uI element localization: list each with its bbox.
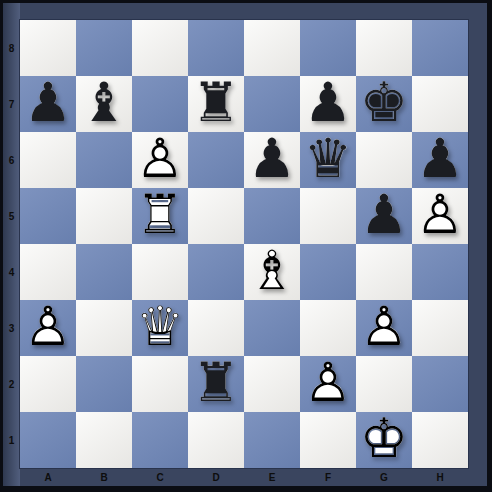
square-c8[interactable] <box>132 20 188 76</box>
black-rook: ♖♜ <box>188 356 244 412</box>
square-e1[interactable] <box>244 412 300 468</box>
square-h5[interactable]: ♟♙ <box>412 188 468 244</box>
square-b8[interactable] <box>76 20 132 76</box>
piece-glyph-top: ♟ <box>412 132 468 188</box>
square-e5[interactable] <box>244 188 300 244</box>
square-a4[interactable] <box>20 244 76 300</box>
rank-labels: 87654321 <box>3 20 20 468</box>
square-e4[interactable]: ♝♗ <box>244 244 300 300</box>
square-b1[interactable] <box>76 412 132 468</box>
square-b7[interactable]: ♗♝ <box>76 76 132 132</box>
square-f3[interactable] <box>300 300 356 356</box>
piece-glyph-top: ♜ <box>188 76 244 132</box>
square-h7[interactable] <box>412 76 468 132</box>
piece-glyph-top: ♝ <box>76 76 132 132</box>
piece-glyph-top: ♟ <box>244 132 300 188</box>
square-h3[interactable] <box>412 300 468 356</box>
square-d2[interactable]: ♖♜ <box>188 356 244 412</box>
piece-glyph-top: ♔ <box>356 412 412 468</box>
square-f1[interactable] <box>300 412 356 468</box>
chessboard-frame: 87654321 ♙♟♗♝♖♜♙♟♔♚♟♙♙♟♕♛♙♟♜♖♙♟♟♙♝♗♟♙♛♕♟… <box>0 0 492 492</box>
white-king: ♚♔ <box>356 412 412 468</box>
white-bishop: ♝♗ <box>244 244 300 300</box>
square-e6[interactable]: ♙♟ <box>244 132 300 188</box>
piece-glyph-top: ♚ <box>356 76 412 132</box>
board-border: 87654321 ♙♟♗♝♖♜♙♟♔♚♟♙♙♟♕♛♙♟♜♖♙♟♟♙♝♗♟♙♛♕♟… <box>3 3 487 486</box>
square-f2[interactable]: ♟♙ <box>300 356 356 412</box>
white-pawn: ♟♙ <box>412 188 468 244</box>
black-rook: ♖♜ <box>188 76 244 132</box>
square-d8[interactable] <box>188 20 244 76</box>
square-d6[interactable] <box>188 132 244 188</box>
square-h1[interactable] <box>412 412 468 468</box>
file-labels: ABCDEFGH <box>20 468 468 486</box>
black-bishop: ♗♝ <box>76 76 132 132</box>
square-c7[interactable] <box>132 76 188 132</box>
rank-label-5: 5 <box>3 188 20 244</box>
square-d1[interactable] <box>188 412 244 468</box>
piece-glyph-top: ♙ <box>356 300 412 356</box>
square-h4[interactable] <box>412 244 468 300</box>
file-label-e: E <box>244 468 300 486</box>
black-pawn: ♙♟ <box>412 132 468 188</box>
square-f7[interactable]: ♙♟ <box>300 76 356 132</box>
piece-glyph-top: ♟ <box>356 188 412 244</box>
square-b6[interactable] <box>76 132 132 188</box>
square-b4[interactable] <box>76 244 132 300</box>
square-a7[interactable]: ♙♟ <box>20 76 76 132</box>
chess-board: ♙♟♗♝♖♜♙♟♔♚♟♙♙♟♕♛♙♟♜♖♙♟♟♙♝♗♟♙♛♕♟♙♖♜♟♙♚♔ <box>20 20 468 468</box>
piece-glyph-top: ♜ <box>188 356 244 412</box>
piece-glyph-top: ♛ <box>300 132 356 188</box>
square-g7[interactable]: ♔♚ <box>356 76 412 132</box>
white-pawn: ♟♙ <box>132 132 188 188</box>
square-b3[interactable] <box>76 300 132 356</box>
piece-glyph-top: ♙ <box>20 300 76 356</box>
square-d7[interactable]: ♖♜ <box>188 76 244 132</box>
square-g5[interactable]: ♙♟ <box>356 188 412 244</box>
rank-label-2: 2 <box>3 356 20 412</box>
square-d5[interactable] <box>188 188 244 244</box>
square-c5[interactable]: ♜♖ <box>132 188 188 244</box>
piece-glyph-top: ♗ <box>244 244 300 300</box>
square-f4[interactable] <box>300 244 356 300</box>
rank-label-8: 8 <box>3 20 20 76</box>
file-label-f: F <box>300 468 356 486</box>
white-queen: ♛♕ <box>132 300 188 356</box>
square-b5[interactable] <box>76 188 132 244</box>
black-king: ♔♚ <box>356 76 412 132</box>
square-f8[interactable] <box>300 20 356 76</box>
file-label-h: H <box>412 468 468 486</box>
square-g3[interactable]: ♟♙ <box>356 300 412 356</box>
rank-label-3: 3 <box>3 300 20 356</box>
white-pawn: ♟♙ <box>300 356 356 412</box>
square-f6[interactable]: ♕♛ <box>300 132 356 188</box>
piece-glyph-top: ♙ <box>300 356 356 412</box>
rank-label-4: 4 <box>3 244 20 300</box>
rank-label-1: 1 <box>3 412 20 468</box>
piece-glyph-top: ♖ <box>132 188 188 244</box>
rank-label-7: 7 <box>3 76 20 132</box>
black-pawn: ♙♟ <box>356 188 412 244</box>
square-e2[interactable] <box>244 356 300 412</box>
square-h8[interactable] <box>412 20 468 76</box>
black-pawn: ♙♟ <box>244 132 300 188</box>
square-a3[interactable]: ♟♙ <box>20 300 76 356</box>
square-e7[interactable] <box>244 76 300 132</box>
square-c1[interactable] <box>132 412 188 468</box>
square-b2[interactable] <box>76 356 132 412</box>
square-g6[interactable] <box>356 132 412 188</box>
black-queen: ♕♛ <box>300 132 356 188</box>
piece-glyph-top: ♙ <box>412 188 468 244</box>
square-d3[interactable] <box>188 300 244 356</box>
square-e8[interactable] <box>244 20 300 76</box>
square-a8[interactable] <box>20 20 76 76</box>
black-pawn: ♙♟ <box>300 76 356 132</box>
square-c3[interactable]: ♛♕ <box>132 300 188 356</box>
piece-glyph-top: ♙ <box>132 132 188 188</box>
square-a1[interactable] <box>20 412 76 468</box>
file-label-a: A <box>20 468 76 486</box>
square-a5[interactable] <box>20 188 76 244</box>
black-pawn: ♙♟ <box>20 76 76 132</box>
file-label-d: D <box>188 468 244 486</box>
square-a6[interactable] <box>20 132 76 188</box>
square-h2[interactable] <box>412 356 468 412</box>
square-a2[interactable] <box>20 356 76 412</box>
rank-label-6: 6 <box>3 132 20 188</box>
square-e3[interactable] <box>244 300 300 356</box>
square-g1[interactable]: ♚♔ <box>356 412 412 468</box>
square-h6[interactable]: ♙♟ <box>412 132 468 188</box>
file-label-g: G <box>356 468 412 486</box>
white-pawn: ♟♙ <box>356 300 412 356</box>
square-g4[interactable] <box>356 244 412 300</box>
file-label-b: B <box>76 468 132 486</box>
square-g2[interactable] <box>356 356 412 412</box>
square-c2[interactable] <box>132 356 188 412</box>
piece-glyph-top: ♟ <box>300 76 356 132</box>
file-label-c: C <box>132 468 188 486</box>
square-f5[interactable] <box>300 188 356 244</box>
piece-glyph-top: ♕ <box>132 300 188 356</box>
white-pawn: ♟♙ <box>20 300 76 356</box>
square-d4[interactable] <box>188 244 244 300</box>
square-g8[interactable] <box>356 20 412 76</box>
square-c4[interactable] <box>132 244 188 300</box>
piece-glyph-top: ♟ <box>20 76 76 132</box>
white-rook: ♜♖ <box>132 188 188 244</box>
square-c6[interactable]: ♟♙ <box>132 132 188 188</box>
